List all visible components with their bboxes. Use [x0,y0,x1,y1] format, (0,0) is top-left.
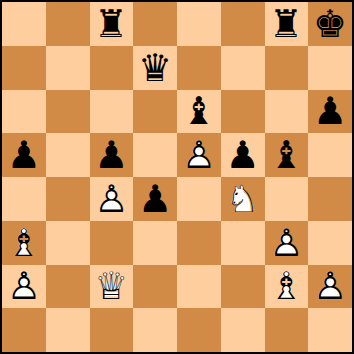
white-queen[interactable]: ♛♕ [90,265,134,309]
black-queen[interactable]: ♛ [133,46,177,90]
black-pawn[interactable]: ♟ [221,133,265,177]
black-pawn[interactable]: ♟ [90,133,134,177]
black-bishop-glyph: ♝ [177,90,221,134]
square-h6[interactable]: ♟ [308,90,352,134]
square-g2[interactable]: ♝♗ [265,265,309,309]
black-pawn[interactable]: ♟ [133,177,177,221]
square-a7[interactable] [2,46,46,90]
square-h5[interactable] [308,133,352,177]
square-d7[interactable]: ♛ [133,46,177,90]
square-f8[interactable] [221,2,265,46]
square-h4[interactable] [308,177,352,221]
square-c5[interactable]: ♟ [90,133,134,177]
black-pawn-glyph: ♟ [90,133,134,177]
square-a5[interactable]: ♟ [2,133,46,177]
white-pawn[interactable]: ♟♙ [177,133,221,177]
white-pawn[interactable]: ♟♙ [2,265,46,309]
square-e3[interactable] [177,221,221,265]
square-a8[interactable] [2,2,46,46]
square-c3[interactable] [90,221,134,265]
square-a3[interactable]: ♝♗ [2,221,46,265]
white-pawn-outline: ♙ [265,221,309,265]
square-b3[interactable] [46,221,90,265]
square-a2[interactable]: ♟♙ [2,265,46,309]
white-pawn-outline: ♙ [177,133,221,177]
square-g1[interactable] [265,308,309,352]
square-g7[interactable] [265,46,309,90]
square-g4[interactable] [265,177,309,221]
square-c6[interactable] [90,90,134,134]
white-bishop[interactable]: ♝♗ [2,221,46,265]
black-pawn[interactable]: ♟ [308,90,352,134]
square-f3[interactable] [221,221,265,265]
square-f6[interactable] [221,90,265,134]
square-e6[interactable]: ♝ [177,90,221,134]
chess-board: ♜♜♚♛♝♟♟♟♟♙♟♝♟♙♟♞♘♝♗♟♙♟♙♛♕♝♗♟♙ [0,0,354,354]
square-d4[interactable]: ♟ [133,177,177,221]
square-c1[interactable] [90,308,134,352]
black-king[interactable]: ♚ [308,2,352,46]
black-king-glyph: ♚ [308,2,352,46]
square-e5[interactable]: ♟♙ [177,133,221,177]
square-c8[interactable]: ♜ [90,2,134,46]
square-b6[interactable] [46,90,90,134]
square-f4[interactable]: ♞♘ [221,177,265,221]
black-bishop[interactable]: ♝ [177,90,221,134]
white-queen-outline: ♕ [90,265,134,309]
square-b2[interactable] [46,265,90,309]
square-h8[interactable]: ♚ [308,2,352,46]
square-h1[interactable] [308,308,352,352]
square-g8[interactable]: ♜ [265,2,309,46]
black-rook-glyph: ♜ [90,2,134,46]
square-d2[interactable] [133,265,177,309]
square-b4[interactable] [46,177,90,221]
square-h7[interactable] [308,46,352,90]
black-pawn-glyph: ♟ [2,133,46,177]
square-a4[interactable] [2,177,46,221]
square-e1[interactable] [177,308,221,352]
square-g6[interactable] [265,90,309,134]
square-c4[interactable]: ♟♙ [90,177,134,221]
black-pawn-glyph: ♟ [308,90,352,134]
square-b7[interactable] [46,46,90,90]
square-a6[interactable] [2,90,46,134]
white-bishop-outline: ♗ [2,221,46,265]
square-d8[interactable] [133,2,177,46]
black-bishop[interactable]: ♝ [265,133,309,177]
square-d5[interactable] [133,133,177,177]
square-a1[interactable] [2,308,46,352]
square-f2[interactable] [221,265,265,309]
black-rook[interactable]: ♜ [90,2,134,46]
square-c7[interactable] [90,46,134,90]
square-e8[interactable] [177,2,221,46]
white-pawn-outline: ♙ [308,265,352,309]
square-b8[interactable] [46,2,90,46]
square-e4[interactable] [177,177,221,221]
square-e7[interactable] [177,46,221,90]
square-h2[interactable]: ♟♙ [308,265,352,309]
square-d3[interactable] [133,221,177,265]
square-d1[interactable] [133,308,177,352]
square-e2[interactable] [177,265,221,309]
square-b5[interactable] [46,133,90,177]
white-pawn[interactable]: ♟♙ [90,177,134,221]
square-b1[interactable] [46,308,90,352]
black-rook[interactable]: ♜ [265,2,309,46]
square-c2[interactable]: ♛♕ [90,265,134,309]
white-bishop-outline: ♗ [265,265,309,309]
square-f7[interactable] [221,46,265,90]
square-g3[interactable]: ♟♙ [265,221,309,265]
black-pawn[interactable]: ♟ [2,133,46,177]
black-queen-glyph: ♛ [133,46,177,90]
square-f1[interactable] [221,308,265,352]
black-rook-glyph: ♜ [265,2,309,46]
white-knight[interactable]: ♞♘ [221,177,265,221]
white-pawn[interactable]: ♟♙ [265,221,309,265]
white-knight-outline: ♘ [221,177,265,221]
white-pawn[interactable]: ♟♙ [308,265,352,309]
square-h3[interactable] [308,221,352,265]
white-pawn-outline: ♙ [2,265,46,309]
white-bishop[interactable]: ♝♗ [265,265,309,309]
board-grid: ♜♜♚♛♝♟♟♟♟♙♟♝♟♙♟♞♘♝♗♟♙♟♙♛♕♝♗♟♙ [2,2,352,352]
square-g5[interactable]: ♝ [265,133,309,177]
black-bishop-glyph: ♝ [265,133,309,177]
square-f5[interactable]: ♟ [221,133,265,177]
white-pawn-outline: ♙ [90,177,134,221]
black-pawn-glyph: ♟ [221,133,265,177]
black-pawn-glyph: ♟ [133,177,177,221]
square-d6[interactable] [133,90,177,134]
